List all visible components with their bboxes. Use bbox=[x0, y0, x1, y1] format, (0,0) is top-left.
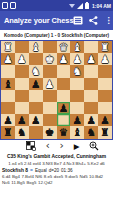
black-pawn: ♟ bbox=[31, 114, 40, 126]
black-bishop: ♝ bbox=[73, 126, 82, 138]
status-bar: 1:04 AM bbox=[0, 0, 113, 11]
square-a7[interactable]: ♟ bbox=[98, 114, 112, 126]
square-h2[interactable]: ♟ bbox=[1, 53, 15, 65]
setup-board-icon[interactable] bbox=[26, 141, 36, 151]
square-c2[interactable]: ♟ bbox=[70, 53, 84, 65]
black-pawn: ♟ bbox=[3, 114, 12, 126]
white-pawn: ♟ bbox=[86, 53, 95, 65]
square-d1[interactable]: ♛ bbox=[57, 41, 71, 53]
white-rook: ♜ bbox=[3, 41, 12, 53]
square-b4[interactable] bbox=[84, 78, 98, 90]
square-f5[interactable] bbox=[29, 90, 43, 102]
square-f1[interactable]: ♝ bbox=[29, 41, 43, 53]
game-header: Komodo (Computer) 1 - 0 Stockfish (Compu… bbox=[0, 30, 113, 40]
notification-icon-1 bbox=[2, 2, 8, 9]
square-a5[interactable] bbox=[98, 90, 112, 102]
white-knight: ♞ bbox=[73, 65, 82, 77]
square-a4[interactable] bbox=[98, 78, 112, 90]
square-g4[interactable] bbox=[15, 78, 29, 90]
square-h5[interactable] bbox=[1, 90, 15, 102]
square-h4[interactable]: ♝ bbox=[1, 78, 15, 90]
square-a6[interactable] bbox=[98, 102, 112, 114]
black-bishop: ♝ bbox=[3, 78, 12, 90]
engine-status-row[interactable]: Stockfish 8 = Equal d=20 01:36 bbox=[2, 168, 111, 174]
notification-icon-2 bbox=[10, 2, 16, 9]
white-pawn: ♟ bbox=[73, 53, 82, 65]
square-e5[interactable] bbox=[43, 90, 57, 102]
signal-icon bbox=[77, 3, 83, 9]
square-g6[interactable] bbox=[15, 102, 29, 114]
analysis-zoom-icon[interactable] bbox=[89, 141, 99, 151]
app-title: Analyze your Chess bbox=[4, 16, 73, 25]
black-king: ♚ bbox=[45, 126, 54, 138]
square-f6[interactable] bbox=[29, 102, 43, 114]
white-pawn: ♟ bbox=[59, 53, 68, 65]
square-e2[interactable]: ♚ bbox=[43, 53, 57, 65]
annotation-panel: C35 King's Gambit Accepted, Cunningham 1… bbox=[0, 153, 113, 186]
engine-name: Stockfish 8 bbox=[2, 168, 28, 174]
black-queen: ♛ bbox=[59, 126, 68, 138]
white-rook: ♜ bbox=[100, 41, 109, 53]
white-bishop: ♝ bbox=[31, 41, 40, 53]
square-g2[interactable]: ♟ bbox=[15, 53, 29, 65]
square-g7[interactable]: ♟ bbox=[15, 114, 29, 126]
network-icon bbox=[69, 4, 75, 8]
square-f2[interactable] bbox=[29, 53, 43, 65]
game-list-icon[interactable] bbox=[73, 16, 83, 25]
square-g8[interactable]: ♞ bbox=[15, 126, 29, 138]
square-e7[interactable] bbox=[43, 114, 57, 126]
square-h1[interactable]: ♜ bbox=[1, 41, 15, 53]
eval-symbol: = bbox=[30, 168, 33, 174]
game-moves[interactable]: 1.e4 e5 2.f4 exf4 3.Nf3 Be7 4.Nc3 Bh4+ 5… bbox=[2, 161, 111, 167]
black-rook: ♜ bbox=[100, 126, 109, 138]
square-e3[interactable] bbox=[43, 65, 57, 77]
battery-icon bbox=[85, 3, 89, 9]
black-rook: ♜ bbox=[3, 126, 12, 138]
next-move-button[interactable]: › bbox=[60, 141, 64, 151]
square-c6[interactable] bbox=[70, 102, 84, 114]
overflow-menu-icon[interactable]: ⋮ bbox=[104, 17, 112, 25]
square-b8[interactable]: ♞ bbox=[84, 126, 98, 138]
square-f3[interactable]: ♞ bbox=[29, 65, 43, 77]
screen: 1:04 AM Analyze your Chess bbox=[0, 0, 113, 200]
app-bar: Analyze your Chess ⋮ bbox=[0, 11, 113, 30]
square-e1[interactable] bbox=[43, 41, 57, 53]
square-d3[interactable] bbox=[57, 65, 71, 77]
black-pawn: ♟ bbox=[86, 114, 95, 126]
square-c7[interactable]: ♟ bbox=[70, 114, 84, 126]
black-pawn: ♟ bbox=[17, 114, 26, 126]
square-g1[interactable] bbox=[15, 41, 29, 53]
square-c8[interactable]: ♝ bbox=[70, 126, 84, 138]
nav-toolbar: ‹ › ▶ bbox=[0, 140, 113, 153]
square-b7[interactable]: ♟ bbox=[84, 114, 98, 126]
square-a8[interactable]: ♜ bbox=[98, 126, 112, 138]
square-d2[interactable]: ♟ bbox=[57, 53, 71, 65]
square-b1[interactable] bbox=[84, 41, 98, 53]
eval-text: Equal bbox=[35, 168, 47, 174]
square-c3[interactable]: ♞ bbox=[70, 65, 84, 77]
white-pawn: ♟ bbox=[3, 53, 12, 65]
square-b6[interactable] bbox=[84, 102, 98, 114]
black-knight: ♞ bbox=[86, 126, 95, 138]
square-c4[interactable] bbox=[70, 78, 84, 90]
square-d4[interactable] bbox=[57, 78, 71, 90]
square-c5[interactable] bbox=[70, 90, 84, 102]
square-h8[interactable]: ♜ bbox=[1, 126, 15, 138]
play-button[interactable]: ▶ bbox=[74, 142, 80, 151]
square-h6[interactable] bbox=[1, 102, 15, 114]
black-pawn: ♟ bbox=[59, 102, 68, 114]
black-pawn: ♟ bbox=[31, 78, 40, 90]
square-c1[interactable]: ♝ bbox=[70, 41, 84, 53]
white-pawn: ♟ bbox=[17, 53, 26, 65]
square-d5[interactable] bbox=[57, 90, 71, 102]
status-time: 1:04 AM bbox=[92, 3, 111, 9]
square-e4[interactable]: ♟ bbox=[43, 78, 57, 90]
white-pawn: ♟ bbox=[45, 78, 54, 90]
chess-board: ♜♝♛♝♜♟♟♚♟♟♟♟♞♞♝♟♟♟♟♟♟♟♟♟♜♞♚♛♝♞♜ bbox=[0, 40, 113, 140]
square-f8[interactable] bbox=[29, 126, 43, 138]
square-d8[interactable]: ♛ bbox=[57, 126, 71, 138]
square-g5[interactable] bbox=[15, 90, 29, 102]
square-h7[interactable]: ♟ bbox=[1, 114, 15, 126]
square-b2[interactable]: ♟ bbox=[84, 53, 98, 65]
square-d7[interactable] bbox=[57, 114, 71, 126]
square-h3[interactable] bbox=[1, 65, 15, 77]
square-f7[interactable]: ♟ bbox=[29, 114, 43, 126]
opening-name: C35 King's Gambit Accepted, Cunningham bbox=[2, 154, 111, 161]
engine-variation[interactable]: 6.d4 Bg4 7.Bxf4 Nf6 8.e5 dxe5 9.dxe5 Nd5… bbox=[2, 174, 111, 185]
players-result: Komodo (Computer) 1 - 0 Stockfish (Compu… bbox=[4, 33, 109, 38]
square-d6[interactable]: ♟ bbox=[57, 102, 71, 114]
square-b5[interactable] bbox=[84, 90, 98, 102]
share-icon[interactable] bbox=[89, 16, 98, 25]
square-a2[interactable]: ♟ bbox=[98, 53, 112, 65]
square-a3[interactable] bbox=[98, 65, 112, 77]
white-king: ♚ bbox=[45, 53, 54, 65]
square-f4[interactable]: ♟ bbox=[29, 78, 43, 90]
square-e6[interactable] bbox=[43, 102, 57, 114]
white-pawn: ♟ bbox=[100, 53, 109, 65]
engine-time: 01:36 bbox=[61, 168, 73, 174]
black-pawn: ♟ bbox=[100, 114, 109, 126]
white-knight: ♞ bbox=[31, 65, 40, 77]
black-knight: ♞ bbox=[17, 126, 26, 138]
square-a1[interactable]: ♜ bbox=[98, 41, 112, 53]
square-b3[interactable] bbox=[84, 65, 98, 77]
white-queen: ♛ bbox=[59, 41, 68, 53]
white-bishop: ♝ bbox=[73, 41, 82, 53]
square-g3[interactable] bbox=[15, 65, 29, 77]
previous-move-button[interactable]: ‹ bbox=[45, 141, 49, 151]
square-e8[interactable]: ♚ bbox=[43, 126, 57, 138]
engine-depth: d=20 bbox=[49, 168, 59, 174]
black-pawn: ♟ bbox=[73, 114, 82, 126]
